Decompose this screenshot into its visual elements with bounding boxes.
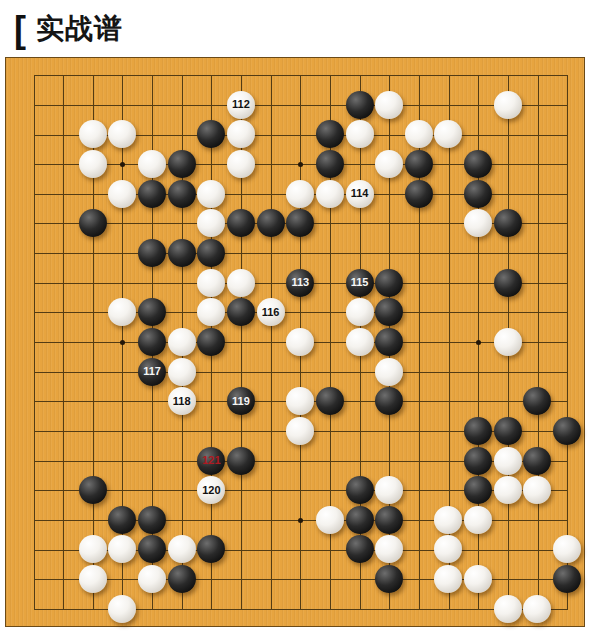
- white-stone[interactable]: [346, 120, 374, 148]
- white-stone[interactable]: [434, 506, 462, 534]
- black-stone[interactable]: [494, 417, 522, 445]
- white-stone[interactable]: [286, 180, 314, 208]
- black-stone[interactable]: 113: [286, 269, 314, 297]
- white-stone[interactable]: 112: [227, 91, 255, 119]
- white-stone[interactable]: [227, 150, 255, 178]
- black-stone[interactable]: [197, 535, 225, 563]
- white-stone[interactable]: [553, 535, 581, 563]
- black-stone[interactable]: 121: [197, 447, 225, 475]
- white-stone[interactable]: [316, 180, 344, 208]
- white-stone[interactable]: [464, 209, 492, 237]
- black-stone[interactable]: [138, 298, 166, 326]
- black-stone[interactable]: [197, 120, 225, 148]
- black-stone[interactable]: [464, 180, 492, 208]
- white-stone[interactable]: [168, 358, 196, 386]
- white-stone[interactable]: [197, 180, 225, 208]
- white-stone[interactable]: [346, 298, 374, 326]
- white-stone[interactable]: [138, 565, 166, 593]
- move-number-label: 115: [351, 277, 369, 288]
- black-stone[interactable]: [375, 269, 403, 297]
- move-number-label: 121: [202, 455, 220, 466]
- white-stone[interactable]: 118: [168, 387, 196, 415]
- white-stone[interactable]: 116: [257, 298, 285, 326]
- white-stone[interactable]: [494, 447, 522, 475]
- white-stone[interactable]: [197, 209, 225, 237]
- move-number-label: 119: [232, 396, 250, 407]
- black-stone[interactable]: 117: [138, 358, 166, 386]
- black-stone[interactable]: [405, 150, 433, 178]
- stones-layer[interactable]: 112114113115116117118119121120: [19, 60, 582, 623]
- white-stone[interactable]: [375, 535, 403, 563]
- white-stone[interactable]: [227, 269, 255, 297]
- move-number-label: 118: [173, 396, 191, 407]
- black-stone[interactable]: [346, 535, 374, 563]
- black-stone[interactable]: [523, 387, 551, 415]
- white-stone[interactable]: [375, 476, 403, 504]
- white-stone[interactable]: [138, 150, 166, 178]
- move-number-label: 114: [351, 188, 369, 199]
- black-stone[interactable]: [464, 150, 492, 178]
- white-stone[interactable]: [494, 595, 522, 623]
- white-stone[interactable]: [346, 328, 374, 356]
- black-stone[interactable]: [346, 476, 374, 504]
- go-board[interactable]: 112114113115116117118119121120: [5, 57, 585, 627]
- black-stone[interactable]: [553, 565, 581, 593]
- black-stone[interactable]: [79, 209, 107, 237]
- white-stone[interactable]: [286, 387, 314, 415]
- black-stone[interactable]: [168, 180, 196, 208]
- white-stone[interactable]: 120: [197, 476, 225, 504]
- white-stone[interactable]: [316, 506, 344, 534]
- page-title: 实战谱: [36, 10, 123, 48]
- black-stone[interactable]: [464, 447, 492, 475]
- black-stone[interactable]: [227, 447, 255, 475]
- move-number-label: 120: [202, 485, 220, 496]
- white-stone[interactable]: [108, 595, 136, 623]
- black-stone[interactable]: [494, 209, 522, 237]
- white-stone[interactable]: [494, 91, 522, 119]
- black-stone[interactable]: [79, 476, 107, 504]
- black-stone[interactable]: [168, 239, 196, 267]
- black-stone[interactable]: [316, 150, 344, 178]
- white-stone[interactable]: [108, 120, 136, 148]
- white-stone[interactable]: [79, 120, 107, 148]
- white-stone[interactable]: [197, 269, 225, 297]
- black-stone[interactable]: [494, 269, 522, 297]
- black-stone[interactable]: [286, 209, 314, 237]
- black-stone[interactable]: [464, 476, 492, 504]
- white-stone[interactable]: [79, 565, 107, 593]
- move-number-label: 113: [291, 277, 309, 288]
- white-stone[interactable]: [108, 535, 136, 563]
- black-stone[interactable]: [108, 506, 136, 534]
- white-stone[interactable]: [375, 358, 403, 386]
- black-stone[interactable]: [316, 120, 344, 148]
- white-stone[interactable]: [434, 565, 462, 593]
- black-stone[interactable]: [227, 209, 255, 237]
- move-number-label: 112: [232, 99, 250, 110]
- black-stone[interactable]: [375, 506, 403, 534]
- black-stone[interactable]: [138, 535, 166, 563]
- black-stone[interactable]: [227, 298, 255, 326]
- black-stone[interactable]: [138, 180, 166, 208]
- white-stone[interactable]: [405, 120, 433, 148]
- black-stone[interactable]: [168, 565, 196, 593]
- white-stone[interactable]: [464, 565, 492, 593]
- black-stone[interactable]: [346, 506, 374, 534]
- bracket-icon: [: [14, 10, 26, 48]
- black-stone[interactable]: [138, 328, 166, 356]
- white-stone[interactable]: [434, 120, 462, 148]
- black-stone[interactable]: [197, 328, 225, 356]
- black-stone[interactable]: [316, 387, 344, 415]
- black-stone[interactable]: [257, 209, 285, 237]
- black-stone[interactable]: [375, 328, 403, 356]
- move-number-label: 116: [262, 307, 280, 318]
- black-stone[interactable]: [346, 91, 374, 119]
- white-stone[interactable]: [375, 91, 403, 119]
- black-stone[interactable]: [375, 387, 403, 415]
- black-stone[interactable]: [138, 239, 166, 267]
- white-stone[interactable]: [494, 476, 522, 504]
- black-stone[interactable]: [138, 506, 166, 534]
- white-stone[interactable]: [168, 535, 196, 563]
- white-stone[interactable]: [523, 476, 551, 504]
- black-stone[interactable]: [375, 298, 403, 326]
- white-stone[interactable]: 114: [346, 180, 374, 208]
- move-number-label: 117: [143, 366, 161, 377]
- black-stone[interactable]: [523, 447, 551, 475]
- white-stone[interactable]: [108, 298, 136, 326]
- white-stone[interactable]: [108, 180, 136, 208]
- black-stone[interactable]: [553, 417, 581, 445]
- white-stone[interactable]: [375, 150, 403, 178]
- header: [ 实战谱: [0, 0, 600, 57]
- black-stone[interactable]: [464, 417, 492, 445]
- white-stone[interactable]: [168, 328, 196, 356]
- white-stone[interactable]: [79, 535, 107, 563]
- white-stone[interactable]: [286, 417, 314, 445]
- white-stone[interactable]: [464, 506, 492, 534]
- white-stone[interactable]: [227, 120, 255, 148]
- black-stone[interactable]: [375, 565, 403, 593]
- black-stone[interactable]: [197, 239, 225, 267]
- white-stone[interactable]: [79, 150, 107, 178]
- white-stone[interactable]: [286, 328, 314, 356]
- black-stone[interactable]: 115: [346, 269, 374, 297]
- black-stone[interactable]: 119: [227, 387, 255, 415]
- white-stone[interactable]: [523, 595, 551, 623]
- black-stone[interactable]: [405, 180, 433, 208]
- white-stone[interactable]: [434, 535, 462, 563]
- black-stone[interactable]: [168, 150, 196, 178]
- white-stone[interactable]: [494, 328, 522, 356]
- white-stone[interactable]: [197, 298, 225, 326]
